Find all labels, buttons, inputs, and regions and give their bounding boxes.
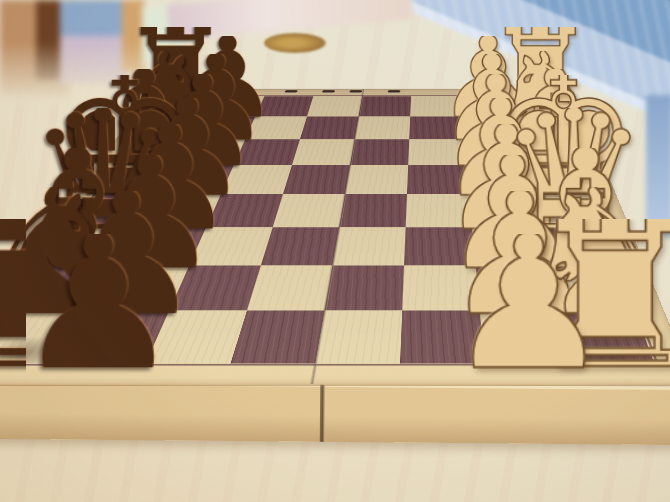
hinge-mark bbox=[388, 90, 401, 92]
square-c5[interactable] bbox=[261, 227, 339, 265]
hinge-mark bbox=[322, 90, 335, 92]
square-h4[interactable] bbox=[359, 96, 411, 116]
square-b5[interactable] bbox=[247, 266, 332, 311]
square-a7[interactable]: ♟ bbox=[61, 310, 169, 363]
board-perspective-wrap: ♜♟♟♜♞♟♟♞♝♟♟♝♚♟♟♚♛♟♟♛♝♟♟♝♞♟♟♞♜♟♟♜ bbox=[75, 0, 615, 464]
square-d4[interactable] bbox=[339, 194, 407, 227]
square-f4[interactable] bbox=[350, 139, 409, 165]
square-c4[interactable] bbox=[332, 227, 405, 265]
hinge-mark bbox=[284, 90, 297, 92]
square-f5[interactable] bbox=[292, 139, 355, 165]
square-d5[interactable] bbox=[273, 194, 345, 227]
square-a4[interactable] bbox=[315, 310, 402, 363]
chess-board[interactable]: ♜♟♟♜♞♟♟♞♝♟♟♝♚♟♟♚♛♟♟♛♝♟♟♝♞♟♟♞♜♟♟♜ bbox=[0, 90, 670, 385]
square-g4[interactable] bbox=[355, 117, 411, 140]
square-g5[interactable] bbox=[300, 117, 359, 140]
square-e4[interactable] bbox=[345, 165, 408, 194]
square-h5[interactable] bbox=[307, 96, 362, 116]
hinge-mark bbox=[349, 90, 362, 92]
square-e5[interactable] bbox=[283, 165, 350, 194]
square-a2[interactable]: ♟ bbox=[480, 310, 570, 363]
square-b4[interactable] bbox=[325, 266, 404, 311]
square-a5[interactable] bbox=[231, 310, 325, 363]
chess-set-photo: ♜♟♟♜♞♟♟♞♝♟♟♝♚♟♟♚♛♟♟♛♝♟♟♝♞♟♟♞♜♟♟♜ bbox=[0, 0, 670, 502]
white-pawn[interactable]: ♟ bbox=[445, 234, 612, 373]
black-pawn[interactable]: ♟ bbox=[15, 234, 182, 373]
